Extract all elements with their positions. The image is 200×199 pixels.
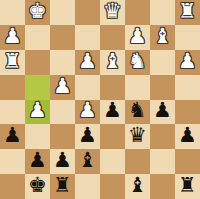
square-e4[interactable] (75, 75, 100, 100)
square-b3[interactable] (150, 50, 175, 75)
square-b8[interactable] (150, 174, 175, 199)
square-h1[interactable] (0, 0, 25, 25)
square-c6[interactable]: ♛ (125, 124, 150, 149)
black-bishop[interactable]: ♝ (78, 150, 97, 171)
white-rook[interactable]: ♜ (178, 1, 197, 22)
square-c4[interactable] (125, 75, 150, 100)
black-pawn[interactable]: ♟ (53, 150, 72, 171)
square-g1[interactable]: ♚ (25, 0, 50, 25)
chess-board: ♚♛♜♟♟♝♜♟♝♞♟♟♟♟♟♞♟♟♟♛♟♟♟♝♚♜♝♜ (0, 0, 200, 199)
square-d1[interactable]: ♛ (100, 0, 125, 25)
white-queen[interactable]: ♛ (103, 1, 122, 22)
square-g2[interactable] (25, 25, 50, 50)
black-rook[interactable]: ♜ (178, 175, 197, 196)
square-h5[interactable] (0, 100, 25, 125)
square-c7[interactable] (125, 149, 150, 174)
white-pawn[interactable]: ♟ (78, 51, 97, 72)
square-e5[interactable]: ♟ (75, 100, 100, 125)
square-d3[interactable]: ♝ (100, 50, 125, 75)
square-h8[interactable] (0, 174, 25, 199)
square-b4[interactable] (150, 75, 175, 100)
square-f1[interactable] (50, 0, 75, 25)
square-c3[interactable]: ♞ (125, 50, 150, 75)
square-f8[interactable]: ♜ (50, 174, 75, 199)
black-pawn[interactable]: ♟ (153, 100, 172, 121)
white-pawn[interactable]: ♟ (78, 100, 97, 121)
square-g8[interactable]: ♚ (25, 174, 50, 199)
square-a6[interactable]: ♟ (175, 124, 200, 149)
square-e2[interactable] (75, 25, 100, 50)
white-pawn[interactable]: ♟ (28, 100, 47, 121)
square-a3[interactable]: ♟ (175, 50, 200, 75)
square-b7[interactable] (150, 149, 175, 174)
square-b6[interactable] (150, 124, 175, 149)
black-queen[interactable]: ♛ (128, 125, 147, 146)
square-f2[interactable] (50, 25, 75, 50)
square-a2[interactable] (175, 25, 200, 50)
square-g6[interactable] (25, 124, 50, 149)
square-d6[interactable] (100, 124, 125, 149)
black-bishop[interactable]: ♝ (128, 175, 147, 196)
square-b5[interactable]: ♟ (150, 100, 175, 125)
black-king[interactable]: ♚ (28, 175, 47, 196)
square-c8[interactable]: ♝ (125, 174, 150, 199)
square-f6[interactable] (50, 124, 75, 149)
black-pawn[interactable]: ♟ (28, 150, 47, 171)
square-d8[interactable] (100, 174, 125, 199)
black-pawn[interactable]: ♟ (178, 125, 197, 146)
square-c1[interactable] (125, 0, 150, 25)
square-f5[interactable] (50, 100, 75, 125)
square-e3[interactable]: ♟ (75, 50, 100, 75)
white-pawn[interactable]: ♟ (178, 51, 197, 72)
black-rook[interactable]: ♜ (53, 175, 72, 196)
white-bishop[interactable]: ♝ (153, 26, 172, 47)
square-g7[interactable]: ♟ (25, 149, 50, 174)
square-d7[interactable] (100, 149, 125, 174)
white-pawn[interactable]: ♟ (53, 76, 72, 97)
black-pawn[interactable]: ♟ (78, 125, 97, 146)
square-g3[interactable] (25, 50, 50, 75)
black-pawn[interactable]: ♟ (103, 100, 122, 121)
square-c2[interactable]: ♟ (125, 25, 150, 50)
square-a8[interactable]: ♜ (175, 174, 200, 199)
white-king[interactable]: ♚ (28, 1, 47, 22)
square-b2[interactable]: ♝ (150, 25, 175, 50)
square-f3[interactable] (50, 50, 75, 75)
square-g4[interactable] (25, 75, 50, 100)
white-rook[interactable]: ♜ (3, 51, 22, 72)
square-h6[interactable]: ♟ (0, 124, 25, 149)
square-e1[interactable] (75, 0, 100, 25)
square-h4[interactable] (0, 75, 25, 100)
square-h7[interactable] (0, 149, 25, 174)
square-e8[interactable] (75, 174, 100, 199)
square-a5[interactable] (175, 100, 200, 125)
square-d4[interactable] (100, 75, 125, 100)
square-e6[interactable]: ♟ (75, 124, 100, 149)
square-b1[interactable] (150, 0, 175, 25)
white-knight[interactable]: ♞ (128, 51, 147, 72)
black-knight[interactable]: ♞ (128, 100, 147, 121)
white-pawn[interactable]: ♟ (128, 26, 147, 47)
white-pawn[interactable]: ♟ (3, 26, 22, 47)
square-c5[interactable]: ♞ (125, 100, 150, 125)
square-a4[interactable] (175, 75, 200, 100)
square-d5[interactable]: ♟ (100, 100, 125, 125)
square-h3[interactable]: ♜ (0, 50, 25, 75)
square-f7[interactable]: ♟ (50, 149, 75, 174)
square-e7[interactable]: ♝ (75, 149, 100, 174)
square-g5[interactable]: ♟ (25, 100, 50, 125)
square-f4[interactable]: ♟ (50, 75, 75, 100)
square-a1[interactable]: ♜ (175, 0, 200, 25)
square-d2[interactable] (100, 25, 125, 50)
black-pawn[interactable]: ♟ (3, 125, 22, 146)
square-a7[interactable] (175, 149, 200, 174)
square-h2[interactable]: ♟ (0, 25, 25, 50)
white-bishop[interactable]: ♝ (103, 51, 122, 72)
